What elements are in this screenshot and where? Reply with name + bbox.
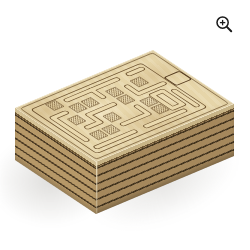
zoom-in-icon (215, 15, 235, 35)
product-photo (0, 0, 250, 250)
zoom-in-button[interactable] (213, 13, 237, 37)
